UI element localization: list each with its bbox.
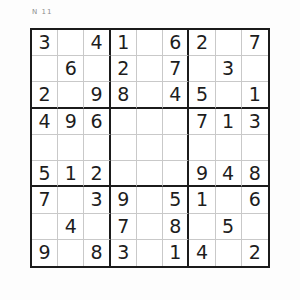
cell-r5c4[interactable] bbox=[111, 135, 137, 161]
cell-r7c9[interactable]: 6 bbox=[242, 187, 268, 213]
cell-r3c7[interactable]: 5 bbox=[189, 82, 215, 108]
cell-r1c7[interactable]: 2 bbox=[189, 30, 215, 56]
cell-r8c6[interactable]: 8 bbox=[163, 214, 189, 240]
cell-r7c5[interactable] bbox=[137, 187, 163, 213]
cell-r8c5[interactable] bbox=[137, 214, 163, 240]
cell-r6c8[interactable]: 4 bbox=[216, 161, 242, 187]
cell-r9c4[interactable]: 3 bbox=[111, 240, 137, 266]
cell-r5c3[interactable] bbox=[84, 135, 110, 161]
cell-r2c8[interactable]: 3 bbox=[216, 56, 242, 82]
cell-r5c2[interactable] bbox=[58, 135, 84, 161]
sudoku-page: N 11 34162762732984514967135129487395164… bbox=[0, 0, 300, 300]
cell-r8c3[interactable] bbox=[84, 214, 110, 240]
cell-r4c4[interactable] bbox=[111, 109, 137, 135]
cell-r6c3[interactable]: 2 bbox=[84, 161, 110, 187]
cell-r1c1[interactable]: 3 bbox=[32, 30, 58, 56]
cell-r8c2[interactable]: 4 bbox=[58, 214, 84, 240]
cell-r3c4[interactable]: 8 bbox=[111, 82, 137, 108]
puzzle-number-label: N 11 bbox=[32, 8, 52, 16]
cell-r6c9[interactable]: 8 bbox=[242, 161, 268, 187]
cell-r1c2[interactable] bbox=[58, 30, 84, 56]
cell-r8c9[interactable] bbox=[242, 214, 268, 240]
cell-r9c5[interactable] bbox=[137, 240, 163, 266]
cell-r6c7[interactable]: 9 bbox=[189, 161, 215, 187]
cell-r6c4[interactable] bbox=[111, 161, 137, 187]
cell-r4c6[interactable] bbox=[163, 109, 189, 135]
cell-r4c8[interactable]: 1 bbox=[216, 109, 242, 135]
cell-r2c1[interactable] bbox=[32, 56, 58, 82]
cell-r7c3[interactable]: 3 bbox=[84, 187, 110, 213]
cell-r9c3[interactable]: 8 bbox=[84, 240, 110, 266]
cell-r7c7[interactable]: 1 bbox=[189, 187, 215, 213]
cell-r2c6[interactable]: 7 bbox=[163, 56, 189, 82]
cell-r6c5[interactable] bbox=[137, 161, 163, 187]
cell-r1c5[interactable] bbox=[137, 30, 163, 56]
cell-r3c3[interactable]: 9 bbox=[84, 82, 110, 108]
cell-r2c7[interactable] bbox=[189, 56, 215, 82]
cell-r9c2[interactable] bbox=[58, 240, 84, 266]
cell-r1c9[interactable]: 7 bbox=[242, 30, 268, 56]
cell-r4c1[interactable]: 4 bbox=[32, 109, 58, 135]
cell-r5c1[interactable] bbox=[32, 135, 58, 161]
cell-r9c6[interactable]: 1 bbox=[163, 240, 189, 266]
cell-r2c5[interactable] bbox=[137, 56, 163, 82]
cell-r8c8[interactable]: 5 bbox=[216, 214, 242, 240]
cell-r4c9[interactable]: 3 bbox=[242, 109, 268, 135]
cell-r2c3[interactable] bbox=[84, 56, 110, 82]
cell-r5c7[interactable] bbox=[189, 135, 215, 161]
cell-r7c4[interactable]: 9 bbox=[111, 187, 137, 213]
sudoku-board: 3416276273298451496713512948739516478598… bbox=[30, 28, 270, 268]
cell-r9c1[interactable]: 9 bbox=[32, 240, 58, 266]
cell-r4c3[interactable]: 6 bbox=[84, 109, 110, 135]
cell-r6c6[interactable] bbox=[163, 161, 189, 187]
cell-r7c2[interactable] bbox=[58, 187, 84, 213]
cell-r8c4[interactable]: 7 bbox=[111, 214, 137, 240]
cell-r6c1[interactable]: 5 bbox=[32, 161, 58, 187]
cell-r3c2[interactable] bbox=[58, 82, 84, 108]
cell-r1c6[interactable]: 6 bbox=[163, 30, 189, 56]
cell-r5c9[interactable] bbox=[242, 135, 268, 161]
cell-r8c7[interactable] bbox=[189, 214, 215, 240]
cell-r2c4[interactable]: 2 bbox=[111, 56, 137, 82]
cell-r3c9[interactable]: 1 bbox=[242, 82, 268, 108]
cell-r3c8[interactable] bbox=[216, 82, 242, 108]
cell-r5c6[interactable] bbox=[163, 135, 189, 161]
cell-r6c2[interactable]: 1 bbox=[58, 161, 84, 187]
cell-r7c1[interactable]: 7 bbox=[32, 187, 58, 213]
cell-r9c9[interactable]: 2 bbox=[242, 240, 268, 266]
cell-r1c4[interactable]: 1 bbox=[111, 30, 137, 56]
cell-r4c5[interactable] bbox=[137, 109, 163, 135]
cell-r9c8[interactable] bbox=[216, 240, 242, 266]
cell-r3c1[interactable]: 2 bbox=[32, 82, 58, 108]
cell-r4c7[interactable]: 7 bbox=[189, 109, 215, 135]
cell-r4c2[interactable]: 9 bbox=[58, 109, 84, 135]
cell-r1c3[interactable]: 4 bbox=[84, 30, 110, 56]
cell-r5c5[interactable] bbox=[137, 135, 163, 161]
cell-r2c9[interactable] bbox=[242, 56, 268, 82]
cell-r3c6[interactable]: 4 bbox=[163, 82, 189, 108]
cell-r5c8[interactable] bbox=[216, 135, 242, 161]
cell-r7c8[interactable] bbox=[216, 187, 242, 213]
cell-r2c2[interactable]: 6 bbox=[58, 56, 84, 82]
cell-r7c6[interactable]: 5 bbox=[163, 187, 189, 213]
cell-r9c7[interactable]: 4 bbox=[189, 240, 215, 266]
cell-r8c1[interactable] bbox=[32, 214, 58, 240]
cell-r3c5[interactable] bbox=[137, 82, 163, 108]
cell-r1c8[interactable] bbox=[216, 30, 242, 56]
